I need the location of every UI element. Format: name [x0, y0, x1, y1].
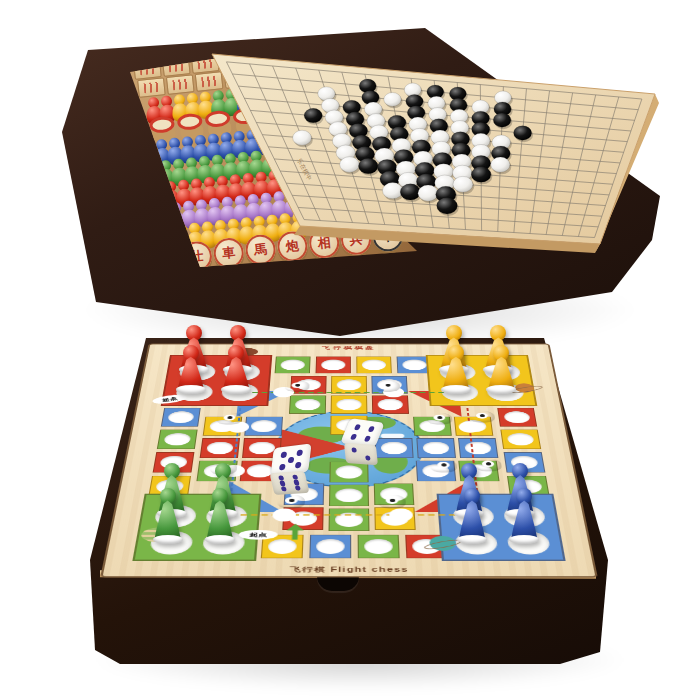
- green-alien: [375, 381, 400, 392]
- go-stone-white[interactable]: [453, 176, 473, 192]
- go-stone-white[interactable]: [382, 183, 402, 199]
- track-cell: [497, 408, 537, 427]
- track-cell-spot: [336, 465, 363, 478]
- blue-alien: [216, 413, 243, 425]
- go-stone-black[interactable]: [304, 108, 322, 122]
- go-stone-black[interactable]: [471, 167, 491, 183]
- go-stone-black[interactable]: [400, 184, 420, 200]
- domino-tile[interactable]: [166, 74, 195, 95]
- blue-alien: [210, 462, 238, 475]
- red-alien: [474, 459, 502, 472]
- planet-saturn: [514, 383, 534, 392]
- track-cell-spot: [335, 489, 362, 503]
- hangar-circle: [484, 364, 522, 381]
- hangar-circle: [223, 364, 260, 381]
- hangar-circle: [154, 505, 198, 527]
- track-cell-spot: [250, 420, 276, 432]
- track-cell: [356, 357, 391, 374]
- board-title-top: 飞行棋棋盘: [249, 345, 449, 351]
- go-stone-white[interactable]: [384, 92, 401, 106]
- track-cell-spot: [321, 360, 345, 371]
- track-cell-spot: [507, 433, 535, 445]
- track-cell: [316, 357, 351, 374]
- track-cell-spot: [510, 456, 538, 469]
- go-board: 乐在棋中: [210, 44, 672, 262]
- track-cell-spot: [378, 399, 403, 411]
- track-cell-spot: [337, 379, 362, 390]
- go-stone-black[interactable]: [359, 79, 376, 93]
- track-cell-spot: [163, 433, 191, 445]
- track-cell-spot: [402, 360, 427, 371]
- hangar-circle: [178, 364, 216, 381]
- track-cell: [329, 509, 370, 532]
- path-icon-circle: [458, 422, 481, 433]
- track-cell: [240, 461, 280, 482]
- track-cell: [500, 430, 541, 449]
- track-cell-spot: [295, 399, 320, 411]
- track-cell-spot: [362, 360, 386, 371]
- track-cell-spot: [280, 360, 305, 371]
- hangar-circle: [452, 505, 495, 527]
- track-cell-spot: [246, 464, 274, 477]
- yellow-alien: [378, 495, 406, 509]
- track-cell: [289, 395, 326, 413]
- track-cell: [458, 438, 498, 458]
- hangar-blue: [437, 494, 566, 561]
- track-cell-spot: [423, 442, 450, 455]
- track-cell: [244, 417, 283, 436]
- go-stone-black[interactable]: [437, 198, 458, 215]
- red-alien: [469, 411, 496, 423]
- track-cell-spot: [336, 399, 361, 411]
- go-stone-black[interactable]: [359, 158, 379, 174]
- track-cell: [504, 452, 546, 472]
- path-icon-circle: [389, 509, 413, 522]
- go-stone-white[interactable]: [340, 157, 360, 173]
- flight-chess-board: 飞行棋棋盘 飞行棋 Flight chess 起点起点: [100, 344, 598, 578]
- track-cell: [330, 416, 368, 435]
- red-alien: [430, 460, 458, 473]
- green-alien: [285, 381, 310, 392]
- go-stone-white[interactable]: [293, 130, 312, 145]
- hangar-circle: [205, 505, 248, 527]
- hangar-circle: [455, 531, 499, 554]
- track-cell: [161, 408, 201, 427]
- hangar-circle: [439, 364, 476, 381]
- track-cell: [157, 430, 198, 449]
- track-cell-spot: [316, 539, 345, 554]
- track-cell: [329, 462, 368, 483]
- track-cell-spot: [206, 442, 234, 455]
- track-cell-spot: [268, 539, 297, 554]
- track-cell: [375, 438, 414, 458]
- yellow-alien: [277, 495, 305, 509]
- track-cell: [329, 485, 369, 507]
- board-title-bottom: 飞行棋 Flight chess: [226, 565, 472, 574]
- planet-teal: [429, 536, 456, 551]
- go-stone-black[interactable]: [514, 126, 532, 140]
- track-cell: [372, 395, 409, 413]
- hangar-circle: [503, 505, 547, 527]
- go-stone-black[interactable]: [493, 113, 511, 127]
- track-cell-spot: [159, 456, 187, 469]
- domino-tile[interactable]: [137, 77, 166, 98]
- track-cell-spot: [248, 442, 275, 455]
- track-cell-spot: [336, 419, 362, 431]
- track-cell: [309, 535, 351, 559]
- track-cell-spot: [364, 539, 393, 554]
- track-cell: [416, 438, 456, 458]
- track-cell: [331, 376, 367, 394]
- track-cell-spot: [464, 442, 492, 455]
- red-alien: [426, 413, 452, 425]
- track-cell: [358, 535, 400, 559]
- track-cell: [242, 438, 282, 458]
- go-stone-white[interactable]: [418, 185, 438, 201]
- track-cell-spot: [155, 480, 184, 493]
- track-cell-spot: [504, 411, 531, 423]
- hangar-circle: [506, 531, 551, 554]
- track-cell-spot: [167, 411, 194, 423]
- go-stone-white[interactable]: [491, 157, 510, 172]
- product-photo-multi-game-set: { "game": "Multi-game wooden box set: Go…: [0, 0, 700, 700]
- track-cell-spot: [381, 442, 408, 455]
- track-cell-spot: [514, 480, 543, 493]
- track-cell: [275, 357, 311, 374]
- hangar-yellow: [426, 355, 538, 406]
- track-cell: [331, 395, 368, 413]
- track-cell: [153, 452, 195, 472]
